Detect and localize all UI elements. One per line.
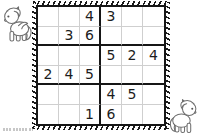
cell-r5c5[interactable]: 5 xyxy=(122,85,143,105)
cell-r1c5[interactable] xyxy=(122,7,143,27)
worksheet-page: 43365242454516 xyxy=(0,0,200,135)
cell-r1c1[interactable] xyxy=(38,7,59,27)
cell-r3c5[interactable]: 2 xyxy=(122,46,143,66)
cell-r5c4[interactable]: 4 xyxy=(101,85,122,105)
cell-r4c1[interactable]: 2 xyxy=(38,66,59,86)
cell-r1c4[interactable]: 3 xyxy=(101,7,122,27)
cell-r5c6[interactable] xyxy=(143,85,164,105)
cell-r2c3[interactable]: 6 xyxy=(80,27,101,47)
cell-r2c4[interactable] xyxy=(101,27,122,47)
cell-r4c6[interactable] xyxy=(143,66,164,86)
cell-r2c5[interactable] xyxy=(122,27,143,47)
sudoku-board: 43365242454516 xyxy=(36,5,166,126)
cell-r4c3[interactable]: 5 xyxy=(80,66,101,86)
cell-r6c3[interactable]: 1 xyxy=(80,105,101,125)
cell-r3c2[interactable] xyxy=(59,46,80,66)
cell-r4c4[interactable] xyxy=(101,66,122,86)
cell-r1c3[interactable]: 4 xyxy=(80,7,101,27)
cell-r3c1[interactable] xyxy=(38,46,59,66)
pony-decoration-top-left xyxy=(2,4,34,44)
sudoku-grid: 43365242454516 xyxy=(36,5,166,126)
pony-icon xyxy=(2,4,34,44)
cell-r6c4[interactable]: 6 xyxy=(101,105,122,125)
cell-r6c2[interactable] xyxy=(59,105,80,125)
cell-r6c1[interactable] xyxy=(38,105,59,125)
cell-r5c1[interactable] xyxy=(38,85,59,105)
stitch-border-bottom xyxy=(33,126,169,130)
cell-r1c2[interactable] xyxy=(59,7,80,27)
cell-r3c4[interactable]: 5 xyxy=(101,46,122,66)
cell-r2c2[interactable]: 3 xyxy=(59,27,80,47)
cell-r2c6[interactable] xyxy=(143,27,164,47)
cell-r2c1[interactable] xyxy=(38,27,59,47)
pony-icon xyxy=(167,98,199,134)
cell-r3c3[interactable] xyxy=(80,46,101,66)
cell-r1c6[interactable] xyxy=(143,7,164,27)
cell-r5c3[interactable] xyxy=(80,85,101,105)
cell-r4c5[interactable] xyxy=(122,66,143,86)
stitch-border-left xyxy=(32,2,36,129)
stitch-border-top xyxy=(33,1,169,5)
cell-r4c2[interactable]: 4 xyxy=(59,66,80,86)
watermark xyxy=(3,128,33,131)
cell-r6c5[interactable] xyxy=(122,105,143,125)
cell-r3c6[interactable]: 4 xyxy=(143,46,164,66)
cell-r6c6[interactable] xyxy=(143,105,164,125)
pony-decoration-bottom-right xyxy=(167,98,199,134)
cell-r5c2[interactable] xyxy=(59,85,80,105)
